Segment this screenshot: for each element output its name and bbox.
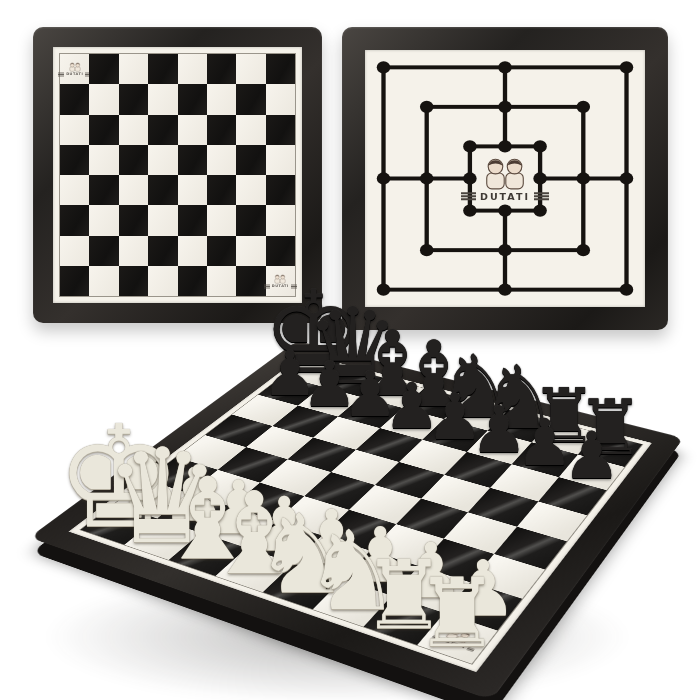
logo-flourish-left — [461, 196, 476, 198]
two-children-icon — [478, 156, 532, 191]
white-rook[interactable]: ♜ — [414, 566, 500, 662]
dutati-logo: DUTATI — [457, 156, 553, 202]
product-photo-canvas: DUTATIDUTATI DUTATI — [0, 0, 700, 700]
chess-board-scene: DUTATI ♚♛♟♝♟♝♟♞♟♞♟♜♟♜♟♟♟♟♚♟♛♟♝♟♝♟♞♟♞♟♜♜ — [0, 0, 700, 700]
piece-layer: ♚♛♟♝♟♝♟♞♟♞♟♜♟♜♟♟♟♟♚♟♛♟♝♟♝♟♞♟♞♟♜♜ — [0, 0, 700, 700]
dutati-logo-text: DUTATI — [480, 192, 530, 202]
dutati-logo: DUTATI — [457, 156, 553, 202]
logo-flourish-right — [534, 196, 549, 198]
black-pawn[interactable]: ♟ — [562, 423, 620, 488]
dutati-logo-row: DUTATI — [457, 192, 553, 202]
